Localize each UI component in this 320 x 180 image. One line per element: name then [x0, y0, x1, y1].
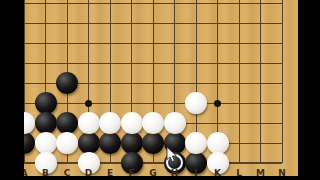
stone-black-E2[interactable] [99, 132, 121, 154]
grid-line-row-7 [24, 43, 282, 44]
grid-line-row-1 [24, 162, 282, 164]
star-point-D4 [85, 100, 92, 107]
stone-white-K2[interactable] [207, 132, 229, 154]
stone-white-J4[interactable] [185, 92, 207, 114]
stone-white-F3[interactable] [121, 112, 143, 134]
grid-line-row-9 [24, 3, 282, 4]
stone-white-C2[interactable] [56, 132, 78, 154]
letterbox-left [0, 0, 24, 180]
stone-black-C5[interactable] [56, 72, 78, 94]
stone-black-B4[interactable] [35, 92, 57, 114]
video-frame: ABCDEFGHJKLMN [0, 0, 320, 180]
letterbox-right [298, 0, 320, 180]
grid-line-col-N [282, 0, 283, 163]
grid-line-col-L [239, 0, 240, 163]
go-board[interactable]: ABCDEFGHJKLMN [24, 0, 298, 176]
stone-black-G2[interactable] [142, 132, 164, 154]
stone-white-E3[interactable] [99, 112, 121, 134]
stone-black-F2[interactable] [121, 132, 143, 154]
grid-line-col-M [260, 0, 261, 163]
stone-black-B3[interactable] [35, 112, 57, 134]
grid-line-row-4 [24, 103, 282, 104]
stone-white-D3[interactable] [78, 112, 100, 134]
grid-line-row-8 [24, 23, 282, 24]
stone-black-C3[interactable] [56, 112, 78, 134]
stone-white-B2[interactable] [35, 132, 57, 154]
stone-white-J2[interactable] [185, 132, 207, 154]
grid-line-row-6 [24, 63, 282, 64]
stone-white-H3[interactable] [164, 112, 186, 134]
stone-white-G3[interactable] [142, 112, 164, 134]
stone-black-D2[interactable] [78, 132, 100, 154]
star-point-K4 [214, 100, 221, 107]
mouse-cursor-icon [166, 147, 180, 164]
letterbox-bottom [0, 176, 320, 180]
